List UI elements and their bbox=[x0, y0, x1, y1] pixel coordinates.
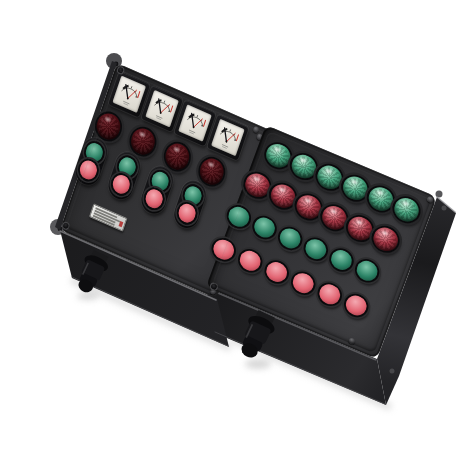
pushbutton-green-button bbox=[249, 212, 280, 243]
meter-dial bbox=[178, 104, 212, 141]
pushbutton-green-button bbox=[275, 223, 306, 254]
pushbutton-green-button bbox=[300, 234, 331, 265]
lid-bolt-hole bbox=[63, 222, 69, 229]
product-photo-scene bbox=[0, 0, 458, 458]
pushbutton-red-pink bbox=[314, 279, 345, 310]
pushbutton-red-pink bbox=[261, 256, 292, 287]
lid-screw bbox=[348, 337, 356, 345]
pushbutton-red-pink bbox=[288, 268, 319, 299]
certification-nameplate bbox=[89, 203, 127, 231]
lid-screw bbox=[426, 196, 434, 204]
meter-dial bbox=[145, 90, 179, 127]
pushbutton-red-pink bbox=[235, 245, 266, 276]
pushbutton-red-pink bbox=[341, 290, 372, 321]
pushbutton-green-button bbox=[352, 255, 383, 286]
dual-pushbutton-station bbox=[138, 162, 176, 217]
meter-dial bbox=[211, 119, 245, 156]
pushbutton-green-button bbox=[326, 244, 357, 275]
dual-pushbutton-station bbox=[171, 177, 209, 232]
lid-bolt-hole bbox=[211, 283, 218, 290]
meter-dial bbox=[112, 76, 146, 113]
dual-pushbutton-station bbox=[105, 148, 143, 203]
